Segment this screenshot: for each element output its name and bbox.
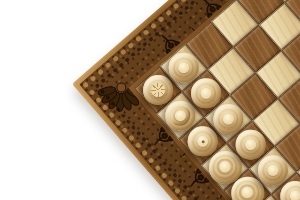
photo-stage: ♖♘♗♕♔♗♘♖♙♙♙♙♙♙♙♙♟♟♟♟♟♟♟♟♜♞♝♛♚♝♞♜	[0, 0, 300, 200]
pawn-finial	[290, 191, 300, 200]
knight-finial	[175, 110, 186, 121]
knight-body	[170, 106, 190, 126]
pawn-body	[241, 135, 261, 155]
rook-finial	[151, 83, 165, 97]
pawn-body	[263, 160, 283, 180]
bishop-finial	[197, 136, 208, 147]
king-finial	[242, 187, 253, 198]
pawn-body	[174, 58, 194, 78]
pawn-finial	[178, 62, 189, 73]
bishop-body	[193, 131, 213, 151]
pawn-body	[218, 109, 238, 129]
pawn-base	[280, 181, 300, 200]
rook-body	[148, 80, 168, 100]
piece-white-pawn-f2[interactable]: ♙	[278, 179, 300, 200]
pawn-body	[285, 186, 300, 200]
pawn-finial	[223, 114, 234, 125]
pawn-body	[196, 83, 216, 103]
pawn-finial	[267, 165, 278, 176]
pawn-finial	[245, 139, 256, 150]
pawn-finial	[201, 88, 212, 99]
chess-board: ♖♘♗♕♔♗♘♖♙♙♙♙♙♙♙♙♟♟♟♟♟♟♟♟♜♞♝♛♚♝♞♜	[72, 0, 300, 200]
queen-finial	[219, 161, 230, 172]
